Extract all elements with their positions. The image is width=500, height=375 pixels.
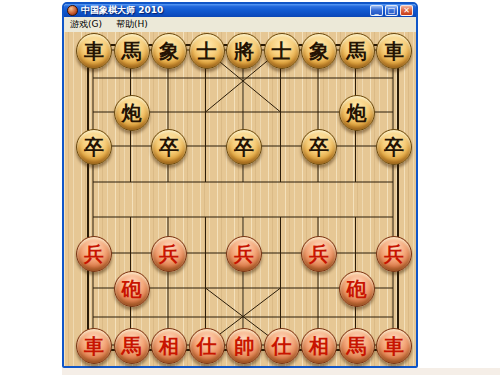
piece-glyph: 仕 <box>197 336 217 356</box>
piece-black-elephant[interactable]: 象 <box>301 33 337 69</box>
piece-red-chariot[interactable]: 車 <box>376 328 412 364</box>
piece-red-elephant[interactable]: 相 <box>301 328 337 364</box>
piece-red-general[interactable]: 帥 <box>226 328 262 364</box>
piece-red-soldier[interactable]: 兵 <box>151 236 187 272</box>
board-grid <box>64 32 416 366</box>
piece-glyph: 帥 <box>234 336 254 356</box>
piece-glyph: 兵 <box>384 244 404 264</box>
piece-red-elephant[interactable]: 相 <box>151 328 187 364</box>
menu-item-game[interactable]: 游戏(G) <box>70 18 102 31</box>
minimize-button[interactable]: _ <box>370 5 383 16</box>
piece-glyph: 馬 <box>122 336 142 356</box>
piece-glyph: 車 <box>84 336 104 356</box>
piece-glyph: 卒 <box>384 137 404 157</box>
piece-red-horse[interactable]: 馬 <box>339 328 375 364</box>
piece-red-soldier[interactable]: 兵 <box>76 236 112 272</box>
piece-black-general[interactable]: 將 <box>226 33 262 69</box>
piece-glyph: 卒 <box>84 137 104 157</box>
piece-glyph: 車 <box>84 41 104 61</box>
piece-glyph: 馬 <box>347 336 367 356</box>
piece-red-horse[interactable]: 馬 <box>114 328 150 364</box>
title-bar[interactable]: 中国象棋大师 2010 _ □ ✕ <box>64 4 416 17</box>
piece-glyph: 象 <box>159 41 179 61</box>
piece-glyph: 車 <box>384 336 404 356</box>
piece-glyph: 相 <box>159 336 179 356</box>
piece-black-soldier[interactable]: 卒 <box>76 129 112 165</box>
maximize-button[interactable]: □ <box>385 5 398 16</box>
piece-black-horse[interactable]: 馬 <box>114 33 150 69</box>
piece-glyph: 士 <box>272 41 292 61</box>
piece-glyph: 卒 <box>309 137 329 157</box>
piece-red-cannon[interactable]: 砲 <box>339 271 375 307</box>
piece-glyph: 馬 <box>122 41 142 61</box>
piece-glyph: 士 <box>197 41 217 61</box>
piece-red-advisor[interactable]: 仕 <box>264 328 300 364</box>
piece-glyph: 卒 <box>234 137 254 157</box>
piece-red-advisor[interactable]: 仕 <box>189 328 225 364</box>
piece-red-soldier[interactable]: 兵 <box>301 236 337 272</box>
piece-glyph: 馬 <box>347 41 367 61</box>
piece-glyph: 仕 <box>272 336 292 356</box>
piece-glyph: 車 <box>384 41 404 61</box>
app-icon <box>67 5 78 16</box>
piece-glyph: 象 <box>309 41 329 61</box>
piece-black-advisor[interactable]: 士 <box>264 33 300 69</box>
app-window: 中国象棋大师 2010 _ □ ✕ 游戏(G) 帮助(H) 車馬象士將士象馬車炮… <box>62 2 418 368</box>
piece-black-chariot[interactable]: 車 <box>76 33 112 69</box>
piece-black-soldier[interactable]: 卒 <box>151 129 187 165</box>
piece-black-advisor[interactable]: 士 <box>189 33 225 69</box>
piece-red-soldier[interactable]: 兵 <box>376 236 412 272</box>
piece-glyph: 砲 <box>347 279 367 299</box>
desktop: 中国象棋大师 2010 _ □ ✕ 游戏(G) 帮助(H) 車馬象士將士象馬車炮… <box>0 0 500 375</box>
xiangqi-board[interactable]: 車馬象士將士象馬車炮炮卒卒卒卒卒兵兵兵兵兵砲砲車馬相仕帥仕相馬車 <box>64 32 416 366</box>
piece-red-soldier[interactable]: 兵 <box>226 236 262 272</box>
piece-glyph: 兵 <box>84 244 104 264</box>
piece-black-horse[interactable]: 馬 <box>339 33 375 69</box>
menu-bar: 游戏(G) 帮助(H) <box>64 17 416 32</box>
piece-red-cannon[interactable]: 砲 <box>114 271 150 307</box>
piece-black-chariot[interactable]: 車 <box>376 33 412 69</box>
piece-black-soldier[interactable]: 卒 <box>376 129 412 165</box>
taskbar-strip <box>62 368 500 375</box>
piece-black-soldier[interactable]: 卒 <box>226 129 262 165</box>
piece-glyph: 砲 <box>122 279 142 299</box>
piece-glyph: 兵 <box>159 244 179 264</box>
piece-black-elephant[interactable]: 象 <box>151 33 187 69</box>
piece-glyph: 炮 <box>122 103 142 123</box>
piece-black-cannon[interactable]: 炮 <box>114 95 150 131</box>
piece-glyph: 卒 <box>159 137 179 157</box>
piece-black-cannon[interactable]: 炮 <box>339 95 375 131</box>
piece-red-chariot[interactable]: 車 <box>76 328 112 364</box>
close-button[interactable]: ✕ <box>400 5 413 16</box>
piece-glyph: 相 <box>309 336 329 356</box>
piece-glyph: 兵 <box>309 244 329 264</box>
piece-black-soldier[interactable]: 卒 <box>301 129 337 165</box>
piece-glyph: 將 <box>234 41 254 61</box>
menu-item-help[interactable]: 帮助(H) <box>116 18 148 31</box>
window-title: 中国象棋大师 2010 <box>81 4 163 17</box>
window-controls: _ □ ✕ <box>370 5 413 16</box>
piece-glyph: 炮 <box>347 103 367 123</box>
piece-glyph: 兵 <box>234 244 254 264</box>
